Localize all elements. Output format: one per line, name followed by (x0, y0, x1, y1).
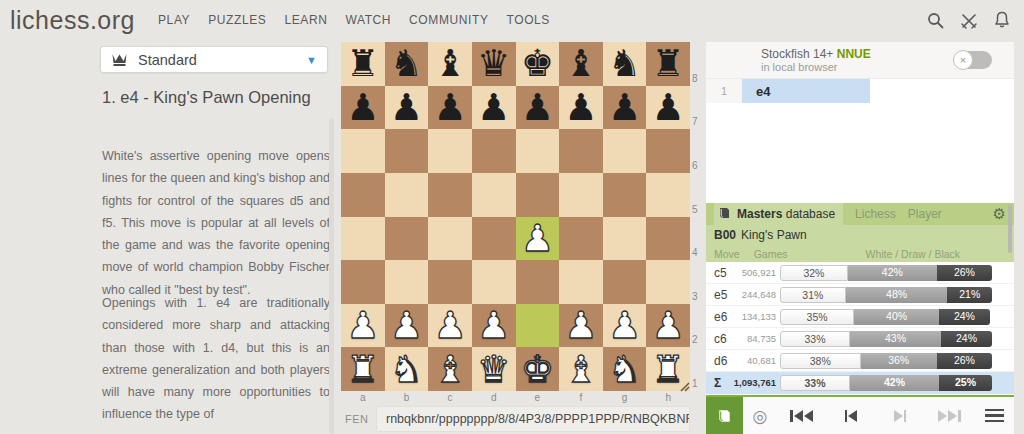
white-pawn[interactable]: ♟ (433, 307, 466, 344)
nav-item-community[interactable]: COMMUNITY (409, 13, 488, 27)
square-b7[interactable]: ♟ (385, 86, 429, 130)
square-g4[interactable] (603, 217, 647, 261)
square-b5[interactable] (385, 173, 429, 217)
square-b4[interactable] (385, 217, 429, 261)
result-bar: 32%42%26% (780, 265, 992, 281)
menu-hamburger-button[interactable] (974, 397, 1014, 434)
gear-icon[interactable]: ⚙ (993, 205, 1006, 223)
rank-label-1: 1 (692, 347, 706, 391)
square-f7[interactable]: ♟ (559, 86, 603, 130)
file-label-h: h (646, 392, 690, 403)
square-a6[interactable] (341, 129, 385, 173)
square-g8[interactable]: ♞ (603, 42, 647, 86)
black-bishop[interactable]: ♝ (433, 45, 466, 82)
file-label-d: d (472, 392, 516, 403)
explorer-tabs: Masters database Lichess Player ⚙ (706, 203, 1014, 225)
square-c4[interactable] (428, 217, 472, 261)
square-d8[interactable]: ♛ (472, 42, 516, 86)
square-c1[interactable]: ♝ (428, 347, 472, 391)
square-h5[interactable] (646, 173, 690, 217)
white-pawn[interactable]: ♟ (390, 307, 423, 344)
square-a8[interactable]: ♜ (341, 42, 385, 86)
white-knight[interactable]: ♞ (608, 351, 641, 388)
move-row: 1 e4 (706, 79, 1014, 103)
square-c5[interactable] (428, 173, 472, 217)
white-knight[interactable]: ♞ (390, 351, 423, 388)
chessboard-wrap: ♜♞♝♛♚♝♞♜♟♟♟♟♟♟♟♟♟♟♟♟♟♟♟♟♜♞♝♛♚♝♞♜ (341, 42, 690, 391)
next-move-button[interactable] (876, 397, 925, 434)
white-rook[interactable]: ♜ (346, 351, 379, 388)
nav-item-tools[interactable]: TOOLS (507, 13, 550, 27)
square-b2[interactable]: ♟ (385, 304, 429, 348)
black-pawn[interactable]: ♟ (564, 89, 597, 126)
black-king[interactable]: ♚ (521, 45, 554, 82)
explorer-row-e6[interactable]: e6 134,133 35%40%24% (706, 306, 1014, 328)
chessboard[interactable]: ♜♞♝♛♚♝♞♜♟♟♟♟♟♟♟♟♟♟♟♟♟♟♟♟♜♞♝♛♚♝♞♜ (341, 42, 690, 391)
variant-select-value: Standard (138, 52, 306, 68)
black-pawn[interactable]: ♟ (433, 89, 466, 126)
opening-explorer: Masters database Lichess Player ⚙ B00Kin… (706, 203, 1014, 394)
square-f1[interactable]: ♝ (559, 347, 603, 391)
square-d6[interactable] (472, 129, 516, 173)
nnue-badge: NNUE (837, 47, 871, 61)
nav-item-puzzles[interactable]: PUZZLES (208, 13, 266, 27)
square-g5[interactable] (603, 173, 647, 217)
square-g7[interactable]: ♟ (603, 86, 647, 130)
sidebar-scrollbar[interactable] (329, 118, 334, 434)
file-label-f: f (559, 392, 603, 403)
square-e6[interactable] (516, 129, 560, 173)
explorer-row-e5[interactable]: e5 244,648 31%48%21% (706, 284, 1014, 306)
opening-title: 1. e4 - King's Pawn Opening (102, 86, 317, 108)
square-g3[interactable] (603, 260, 647, 304)
square-h4[interactable] (646, 217, 690, 261)
board-file-labels: abcdefgh (341, 392, 690, 403)
challenge-swords-icon[interactable] (960, 12, 978, 29)
file-label-c: c (428, 392, 472, 403)
explorer-row-c5[interactable]: c5 506,921 32%42%26% (706, 262, 1014, 284)
square-e4[interactable]: ♟ (516, 217, 560, 261)
square-h7[interactable]: ♟ (646, 86, 690, 130)
nav-item-watch[interactable]: WATCH (345, 13, 391, 27)
square-a4[interactable] (341, 217, 385, 261)
engine-toggle-knob: × (953, 50, 973, 70)
chevron-down-icon: ▼ (306, 54, 317, 66)
square-e5[interactable] (516, 173, 560, 217)
square-g2[interactable]: ♟ (603, 304, 647, 348)
black-pawn[interactable]: ♟ (477, 89, 510, 126)
square-c7[interactable]: ♟ (428, 86, 472, 130)
white-bishop[interactable]: ♝ (433, 351, 466, 388)
square-c8[interactable]: ♝ (428, 42, 472, 86)
square-f2[interactable]: ♟ (559, 304, 603, 348)
square-b8[interactable]: ♞ (385, 42, 429, 86)
square-h2[interactable]: ♟ (646, 304, 690, 348)
square-f4[interactable] (559, 217, 603, 261)
move-number: 1 (706, 79, 742, 103)
file-label-g: g (603, 392, 647, 403)
nav-item-learn[interactable]: LEARN (284, 13, 327, 27)
previous-move-button[interactable] (826, 397, 875, 434)
explorer-row-d6[interactable]: d6 40,681 38%36%26% (706, 350, 1014, 372)
engine-name: Stockfish 14+ NNUE (761, 47, 871, 61)
white-queen[interactable]: ♛ (477, 351, 510, 388)
move-list: 1 e4 (706, 79, 1014, 103)
result-bar: 35%40%24% (780, 309, 992, 325)
top-navbar: lichess.org PLAY PUZZLES LEARN WATCH COM… (0, 0, 1024, 40)
fen-input[interactable]: rnbqkbnr/pppppppp/8/8/4P3/8/PPPP1PPP/RNB… (376, 406, 690, 432)
square-f8[interactable]: ♝ (559, 42, 603, 86)
square-a3[interactable] (341, 260, 385, 304)
explorer-opening-name: B00King's Pawn (706, 225, 1014, 245)
opening-description-2: Openings with 1. e4 are traditionally co… (102, 292, 330, 426)
result-bar: 31%48%21% (780, 287, 992, 303)
explorer-scrollbar[interactable] (1008, 205, 1012, 253)
square-e7[interactable]: ♟ (516, 86, 560, 130)
fen-label: FEN (345, 413, 369, 425)
square-b3[interactable] (385, 260, 429, 304)
square-f6[interactable] (559, 129, 603, 173)
tab-lichess[interactable]: Lichess (855, 207, 896, 221)
black-rook[interactable]: ♜ (652, 45, 685, 82)
square-c3[interactable] (428, 260, 472, 304)
white-bishop[interactable]: ♝ (564, 351, 597, 388)
result-bar: 33%43%24% (780, 331, 992, 347)
black-bishop[interactable]: ♝ (564, 45, 597, 82)
square-d2[interactable]: ♟ (472, 304, 516, 348)
white-pawn[interactable]: ♟ (346, 307, 379, 344)
square-a5[interactable] (341, 173, 385, 217)
file-label-a: a (341, 392, 385, 403)
square-d1[interactable]: ♛ (472, 347, 516, 391)
square-e8[interactable]: ♚ (516, 42, 560, 86)
white-king[interactable]: ♚ (521, 351, 554, 388)
white-pawn[interactable]: ♟ (477, 307, 510, 344)
black-queen[interactable]: ♛ (477, 45, 510, 82)
black-pawn[interactable]: ♟ (521, 89, 554, 126)
engine-toggle[interactable]: × (954, 51, 992, 69)
square-g6[interactable] (603, 129, 647, 173)
tab-player[interactable]: Player (908, 207, 942, 221)
engine-header: Stockfish 14+ NNUE in local browser × (706, 42, 1014, 79)
lichess-logo[interactable]: lichess.org (0, 6, 149, 35)
square-d7[interactable]: ♟ (472, 86, 516, 130)
rank-label-6: 6 (692, 129, 706, 173)
nav-item-play[interactable]: PLAY (158, 13, 190, 27)
white-pawn[interactable]: ♟ (608, 307, 641, 344)
square-h8[interactable]: ♜ (646, 42, 690, 86)
square-e3[interactable] (516, 260, 560, 304)
explorer-toggle-button[interactable] (706, 397, 743, 434)
result-bar: 38%36%26% (780, 353, 992, 369)
notifications-bell-icon[interactable] (994, 11, 1010, 29)
square-h3[interactable] (646, 260, 690, 304)
white-pawn[interactable]: ♟ (564, 307, 597, 344)
file-label-e: e (516, 392, 560, 403)
square-c2[interactable]: ♟ (428, 304, 472, 348)
board-rank-labels: 87654321 (692, 42, 706, 391)
square-h1[interactable]: ♜ (646, 347, 690, 391)
variant-select[interactable]: Standard ▼ (100, 46, 328, 73)
black-pawn[interactable]: ♟ (346, 89, 379, 126)
square-h6[interactable] (646, 129, 690, 173)
square-e1[interactable]: ♚ (516, 347, 560, 391)
square-d5[interactable] (472, 173, 516, 217)
rank-label-7: 7 (692, 86, 706, 130)
square-a7[interactable]: ♟ (341, 86, 385, 130)
black-pawn[interactable]: ♟ (652, 89, 685, 126)
practice-target-icon[interactable]: ◎ (743, 397, 777, 434)
square-a2[interactable]: ♟ (341, 304, 385, 348)
black-pawn[interactable]: ♟ (608, 89, 641, 126)
rank-label-8: 8 (692, 42, 706, 86)
explorer-row-total[interactable]: Σ 1,093,761 33%42%25% (706, 372, 1014, 394)
rank-label-5: 5 (692, 173, 706, 217)
engine-location: in local browser (761, 61, 837, 73)
move-e4[interactable]: e4 (742, 79, 870, 103)
black-knight[interactable]: ♞ (390, 45, 423, 82)
explorer-column-headers: MoveGamesWhite / Draw / Black (706, 245, 1014, 262)
square-f3[interactable] (559, 260, 603, 304)
square-f5[interactable] (559, 173, 603, 217)
square-b6[interactable] (385, 129, 429, 173)
black-rook[interactable]: ♜ (346, 45, 379, 82)
rank-label-2: 2 (692, 304, 706, 348)
crown-icon (111, 52, 128, 67)
black-pawn[interactable]: ♟ (390, 89, 423, 126)
opening-description-1: White's assertive opening move opens lin… (102, 145, 330, 301)
square-c6[interactable] (428, 129, 472, 173)
white-pawn[interactable]: ♟ (652, 307, 685, 344)
square-a1[interactable]: ♜ (341, 347, 385, 391)
search-icon[interactable] (927, 12, 944, 29)
analysis-controls: ◎ (706, 397, 1014, 434)
rank-label-4: 4 (692, 217, 706, 261)
square-d4[interactable] (472, 217, 516, 261)
book-icon (718, 205, 731, 223)
first-move-button[interactable] (777, 397, 826, 434)
rank-label-3: 3 (692, 260, 706, 304)
white-pawn[interactable]: ♟ (521, 220, 554, 257)
file-label-b: b (385, 392, 429, 403)
result-bar: 33%42%25% (780, 375, 992, 391)
square-g1[interactable]: ♞ (603, 347, 647, 391)
last-move-button[interactable] (925, 397, 974, 434)
analysis-panel: Stockfish 14+ NNUE in local browser × 1 … (706, 42, 1014, 434)
explorer-row-c6[interactable]: c6 84,735 33%43%24% (706, 328, 1014, 350)
tab-masters-database[interactable]: Masters database (714, 203, 843, 225)
white-rook[interactable]: ♜ (652, 351, 685, 388)
square-b1[interactable]: ♞ (385, 347, 429, 391)
square-d3[interactable] (472, 260, 516, 304)
square-e2[interactable] (516, 304, 560, 348)
black-knight[interactable]: ♞ (608, 45, 641, 82)
